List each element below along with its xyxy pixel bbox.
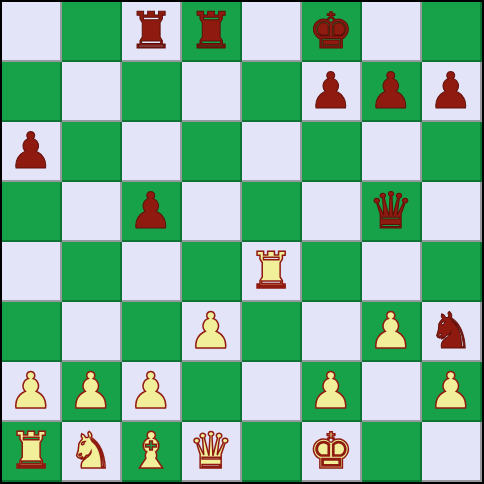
square-f7[interactable]: ♟ [302, 62, 362, 122]
white-pawn-piece[interactable]: ♟ [362, 302, 420, 360]
black-pawn-piece[interactable]: ♟ [2, 122, 60, 180]
black-rook-piece[interactable]: ♜ [182, 2, 240, 60]
white-rook-piece[interactable]: ♜ [2, 422, 60, 480]
square-g8[interactable] [362, 2, 422, 62]
square-d6[interactable] [182, 122, 242, 182]
square-a8[interactable] [2, 2, 62, 62]
square-h7[interactable]: ♟ [422, 62, 482, 122]
square-f6[interactable] [302, 122, 362, 182]
square-g2[interactable] [362, 362, 422, 422]
square-a7[interactable] [2, 62, 62, 122]
square-g5[interactable]: ♛ [362, 182, 422, 242]
square-b7[interactable] [62, 62, 122, 122]
square-f4[interactable] [302, 242, 362, 302]
square-e7[interactable] [242, 62, 302, 122]
square-g1[interactable] [362, 422, 422, 482]
chess-board-frame: ♜♜♚♟♟♟♟♟♛♜♟♟♞♟♟♟♟♟♜♞♝♛♚ [0, 0, 484, 484]
square-b8[interactable] [62, 2, 122, 62]
square-h2[interactable]: ♟ [422, 362, 482, 422]
square-f2[interactable]: ♟ [302, 362, 362, 422]
square-c7[interactable] [122, 62, 182, 122]
black-king-piece[interactable]: ♚ [302, 2, 360, 60]
square-d8[interactable]: ♜ [182, 2, 242, 62]
white-pawn-piece[interactable]: ♟ [62, 362, 120, 420]
black-queen-piece[interactable]: ♛ [362, 182, 420, 240]
square-f8[interactable]: ♚ [302, 2, 362, 62]
square-c1[interactable]: ♝ [122, 422, 182, 482]
square-f5[interactable] [302, 182, 362, 242]
white-bishop-piece[interactable]: ♝ [122, 422, 180, 480]
square-g6[interactable] [362, 122, 422, 182]
black-knight-piece[interactable]: ♞ [422, 302, 480, 360]
square-e4[interactable]: ♜ [242, 242, 302, 302]
square-c4[interactable] [122, 242, 182, 302]
square-f1[interactable]: ♚ [302, 422, 362, 482]
white-rook-piece[interactable]: ♜ [242, 242, 300, 300]
square-d4[interactable] [182, 242, 242, 302]
square-d5[interactable] [182, 182, 242, 242]
white-pawn-piece[interactable]: ♟ [302, 362, 360, 420]
square-h5[interactable] [422, 182, 482, 242]
square-c2[interactable]: ♟ [122, 362, 182, 422]
square-f3[interactable] [302, 302, 362, 362]
square-b6[interactable] [62, 122, 122, 182]
chess-board: ♜♜♚♟♟♟♟♟♛♜♟♟♞♟♟♟♟♟♜♞♝♛♚ [0, 0, 484, 484]
square-b4[interactable] [62, 242, 122, 302]
square-a4[interactable] [2, 242, 62, 302]
white-pawn-piece[interactable]: ♟ [122, 362, 180, 420]
square-c6[interactable] [122, 122, 182, 182]
square-a5[interactable] [2, 182, 62, 242]
square-a3[interactable] [2, 302, 62, 362]
square-d2[interactable] [182, 362, 242, 422]
square-a6[interactable]: ♟ [2, 122, 62, 182]
square-d1[interactable]: ♛ [182, 422, 242, 482]
square-h8[interactable] [422, 2, 482, 62]
square-h4[interactable] [422, 242, 482, 302]
square-c5[interactable]: ♟ [122, 182, 182, 242]
white-pawn-piece[interactable]: ♟ [2, 362, 60, 420]
black-rook-piece[interactable]: ♜ [122, 2, 180, 60]
square-e8[interactable] [242, 2, 302, 62]
black-pawn-piece[interactable]: ♟ [422, 62, 480, 120]
white-queen-piece[interactable]: ♛ [182, 422, 240, 480]
square-g3[interactable]: ♟ [362, 302, 422, 362]
square-a1[interactable]: ♜ [2, 422, 62, 482]
white-pawn-piece[interactable]: ♟ [422, 362, 480, 420]
square-h3[interactable]: ♞ [422, 302, 482, 362]
black-pawn-piece[interactable]: ♟ [122, 182, 180, 240]
white-knight-piece[interactable]: ♞ [62, 422, 120, 480]
square-g7[interactable]: ♟ [362, 62, 422, 122]
square-e5[interactable] [242, 182, 302, 242]
square-b1[interactable]: ♞ [62, 422, 122, 482]
square-e2[interactable] [242, 362, 302, 422]
square-c3[interactable] [122, 302, 182, 362]
square-e6[interactable] [242, 122, 302, 182]
white-pawn-piece[interactable]: ♟ [182, 302, 240, 360]
square-e3[interactable] [242, 302, 302, 362]
black-pawn-piece[interactable]: ♟ [302, 62, 360, 120]
square-b2[interactable]: ♟ [62, 362, 122, 422]
square-h6[interactable] [422, 122, 482, 182]
square-b3[interactable] [62, 302, 122, 362]
square-d3[interactable]: ♟ [182, 302, 242, 362]
white-king-piece[interactable]: ♚ [302, 422, 360, 480]
square-c8[interactable]: ♜ [122, 2, 182, 62]
square-d7[interactable] [182, 62, 242, 122]
square-g4[interactable] [362, 242, 422, 302]
black-pawn-piece[interactable]: ♟ [362, 62, 420, 120]
square-a2[interactable]: ♟ [2, 362, 62, 422]
square-h1[interactable] [422, 422, 482, 482]
square-e1[interactable] [242, 422, 302, 482]
square-b5[interactable] [62, 182, 122, 242]
